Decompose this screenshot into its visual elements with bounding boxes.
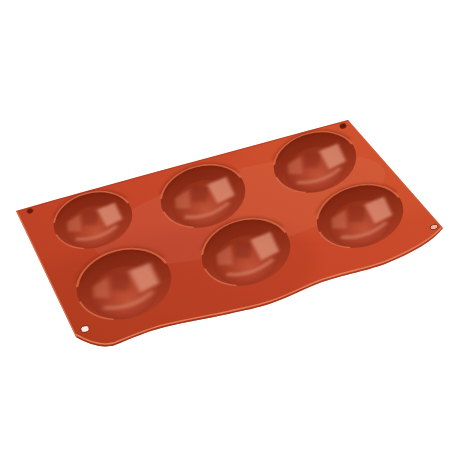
- product-photo: [0, 0, 460, 460]
- mould-illustration: [0, 0, 460, 460]
